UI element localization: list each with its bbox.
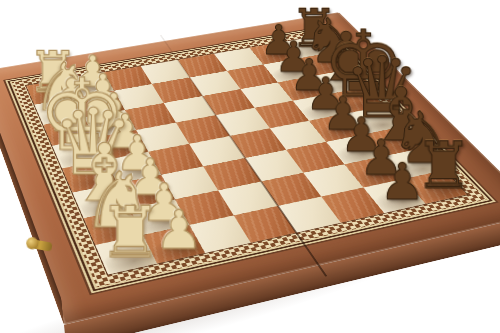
chess-board: ♜♟♟♜♞♟♟♞♝♟♟♝♚♟♟♚♛♟♟♛♝♟♟♝♞♟♟♞♜♟♟♜ xyxy=(0,12,500,324)
chess-set-photo: ♜♟♟♜♞♟♟♞♝♟♟♝♚♟♟♚♛♟♟♛♝♟♟♝♞♟♟♞♜♟♟♜ xyxy=(0,0,500,333)
white-rook-glyph: ♜ xyxy=(36,200,225,265)
playing-squares: ♜♟♟♜♞♟♟♞♝♟♟♝♚♟♟♚♛♟♟♛♝♟♟♝♞♟♟♞♜♟♟♜ xyxy=(25,36,468,276)
scene: ♜♟♟♜♞♟♟♞♝♟♟♝♚♟♟♚♛♟♟♛♝♟♟♝♞♟♟♞♜♟♟♜ xyxy=(0,0,500,333)
black-pawn-glyph: ♟ xyxy=(314,158,489,204)
